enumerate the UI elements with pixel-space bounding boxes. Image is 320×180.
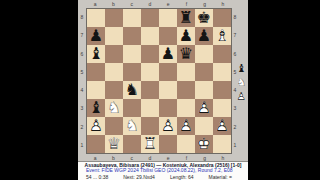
square-c4: ♞ xyxy=(123,81,141,99)
coordinate-label: b xyxy=(104,1,122,8)
square-a1 xyxy=(87,135,105,153)
coordinate-label: c xyxy=(123,1,141,8)
square-a2: ♟♙ xyxy=(87,117,105,135)
white-pawn: ♟♙ xyxy=(87,117,105,135)
black-pawn: ♟ xyxy=(87,27,105,45)
square-d7 xyxy=(141,27,159,45)
square-b7 xyxy=(105,27,123,45)
material-tray: ♝♞♘♟♙ xyxy=(235,62,248,103)
square-d3 xyxy=(141,99,159,117)
white-knight: ♞♘ xyxy=(235,76,248,89)
coordinate-label: 2 xyxy=(232,118,238,136)
square-c8 xyxy=(123,9,141,27)
white-pawn: ♟♙ xyxy=(177,117,195,135)
white-pawn: ♟♙ xyxy=(159,117,177,135)
square-h7: ♝♗ xyxy=(213,27,231,45)
square-e6: ♟ xyxy=(159,45,177,63)
coordinate-label: 7 xyxy=(79,26,85,44)
white-knight: ♞♘ xyxy=(235,76,248,89)
white-king: ♚♔ xyxy=(195,135,213,153)
black-queen: ♛ xyxy=(177,45,195,63)
coordinate-label: 2 xyxy=(79,118,85,136)
square-b6 xyxy=(105,45,123,63)
square-e7 xyxy=(159,27,177,45)
black-king: ♚ xyxy=(195,9,213,27)
chess-board: ♜♚♟♟♟♝♗♝♟♛♞♝♞♘♟♙♟♙♞♘♟♙♟♙♟♙♛♕♜♖♚♔ xyxy=(86,8,232,154)
square-a3: ♝ xyxy=(87,99,105,117)
black-pawn: ♟ xyxy=(195,27,213,45)
material-text: Material: = xyxy=(208,174,231,180)
coordinate-label: 3 xyxy=(79,99,85,117)
black-bishop: ♝ xyxy=(235,62,248,75)
square-a6: ♝ xyxy=(87,45,105,63)
square-g7: ♟ xyxy=(195,27,213,45)
square-g8: ♚ xyxy=(195,9,213,27)
square-d1: ♜♖ xyxy=(141,135,159,153)
square-a4 xyxy=(87,81,105,99)
coordinate-label: f xyxy=(177,1,195,8)
square-g2 xyxy=(195,117,213,135)
black-pawn: ♟ xyxy=(159,45,177,63)
board-panel: abcdefgh abcdefgh 87654321 87654321 ♜♚♟♟… xyxy=(78,0,248,180)
game-info-footer: Assaubayeva, Bibisara (2491) — Kosteniuk… xyxy=(78,161,248,180)
coordinate-label: 1 xyxy=(232,136,238,154)
square-d4 xyxy=(141,81,159,99)
square-h6 xyxy=(213,45,231,63)
black-bishop: ♝ xyxy=(235,62,248,75)
coordinate-label: 1 xyxy=(79,136,85,154)
square-h4 xyxy=(213,81,231,99)
square-b1: ♛♕ xyxy=(105,135,123,153)
square-g1: ♚♔ xyxy=(195,135,213,153)
square-e2: ♟♙ xyxy=(159,117,177,135)
coordinate-label: g xyxy=(196,1,214,8)
white-pawn: ♟♙ xyxy=(235,90,248,103)
black-knight: ♞ xyxy=(123,81,141,99)
next-move-text: Next: 29.Nxd4 xyxy=(123,174,155,180)
square-c5 xyxy=(123,63,141,81)
square-g6 xyxy=(195,45,213,63)
black-bishop: ♝ xyxy=(87,99,105,117)
square-c1 xyxy=(123,135,141,153)
square-e1 xyxy=(159,135,177,153)
square-h8 xyxy=(213,9,231,27)
square-c2: ♞♘ xyxy=(123,117,141,135)
coordinate-label: 4 xyxy=(79,81,85,99)
white-knight: ♞♘ xyxy=(123,117,141,135)
square-c7 xyxy=(123,27,141,45)
white-knight: ♞♘ xyxy=(105,99,123,117)
coordinate-label: 6 xyxy=(232,45,238,63)
square-e8 xyxy=(159,9,177,27)
square-d2 xyxy=(141,117,159,135)
event-line: Event: FIDE WGP 2024 Tbilisi GEO (2024.0… xyxy=(78,168,248,173)
square-h2: ♟♙ xyxy=(213,117,231,135)
square-f4 xyxy=(177,81,195,99)
rank-labels-left: 87654321 xyxy=(79,8,85,154)
square-f8: ♜ xyxy=(177,9,195,27)
square-f2: ♟♙ xyxy=(177,117,195,135)
square-f7: ♟ xyxy=(177,27,195,45)
status-line: 54 ... 0:38 Next: 29.Nxd4 Length: 64 Mat… xyxy=(78,173,248,180)
square-f6: ♛ xyxy=(177,45,195,63)
square-g4 xyxy=(195,81,213,99)
clock-text: 54 ... 0:38 xyxy=(86,174,108,180)
square-h5 xyxy=(213,63,231,81)
square-f3 xyxy=(177,99,195,117)
square-a8 xyxy=(87,9,105,27)
square-b3: ♞♘ xyxy=(105,99,123,117)
square-e5 xyxy=(159,63,177,81)
square-e4 xyxy=(159,81,177,99)
square-f5 xyxy=(177,63,195,81)
white-pawn: ♟♙ xyxy=(235,90,248,103)
coordinate-label: a xyxy=(86,1,104,8)
white-pawn: ♟♙ xyxy=(195,99,213,117)
white-queen: ♛♕ xyxy=(105,135,123,153)
square-b4 xyxy=(105,81,123,99)
square-c3 xyxy=(123,99,141,117)
square-h3 xyxy=(213,99,231,117)
square-d5 xyxy=(141,63,159,81)
white-pawn: ♟♙ xyxy=(213,117,231,135)
square-d6 xyxy=(141,45,159,63)
black-bishop: ♝ xyxy=(87,45,105,63)
square-f1 xyxy=(177,135,195,153)
coordinate-label: 7 xyxy=(232,26,238,44)
square-g3: ♟♙ xyxy=(195,99,213,117)
coordinate-label: 6 xyxy=(79,45,85,63)
square-e3 xyxy=(159,99,177,117)
square-d8 xyxy=(141,9,159,27)
coordinate-label: 8 xyxy=(232,8,238,26)
coordinate-label: h xyxy=(214,1,232,8)
coordinate-label: 5 xyxy=(79,63,85,81)
square-g5 xyxy=(195,63,213,81)
square-c6 xyxy=(123,45,141,63)
coordinate-label: d xyxy=(141,1,159,8)
black-rook: ♜ xyxy=(177,9,195,27)
white-rook: ♜♖ xyxy=(141,135,159,153)
coordinate-label: 8 xyxy=(79,8,85,26)
square-a5 xyxy=(87,63,105,81)
square-h1 xyxy=(213,135,231,153)
file-labels-top: abcdefgh xyxy=(86,1,232,8)
length-text: Length: 64 xyxy=(170,174,194,180)
square-b5 xyxy=(105,63,123,81)
square-b2 xyxy=(105,117,123,135)
coordinate-label: e xyxy=(159,1,177,8)
square-b8 xyxy=(105,9,123,27)
white-bishop: ♝♗ xyxy=(213,27,231,45)
square-a7: ♟ xyxy=(87,27,105,45)
black-pawn: ♟ xyxy=(177,27,195,45)
